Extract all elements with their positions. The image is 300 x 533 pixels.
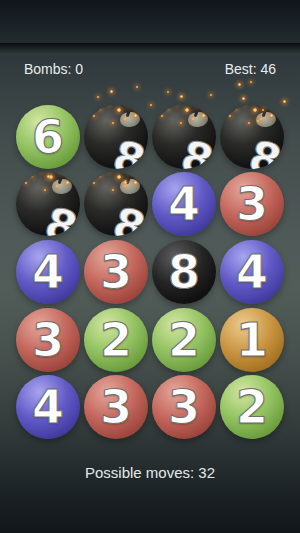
fuse-spark [234, 107, 237, 110]
fuse-spark [192, 118, 194, 120]
stray-spark [150, 104, 152, 106]
stray-spark [257, 120, 259, 122]
bomb-ball-r1c2[interactable]: 8 [84, 105, 148, 169]
ball-number: 2 [168, 308, 200, 372]
ball-number: 3 [32, 308, 64, 372]
ball-number: 2 [236, 375, 268, 439]
ball-number: 4 [32, 240, 64, 304]
green-ball-r4c2[interactable]: 2 [84, 308, 148, 372]
board-cell-r5c1: 4 [14, 373, 82, 441]
fuse-spark [260, 118, 262, 120]
board-cell-r4c2: 2 [82, 306, 150, 374]
ball-number: 2 [100, 308, 132, 372]
board-cell-r1c3: 8 [150, 103, 218, 171]
bomb-fuse-cap [119, 178, 141, 196]
board-cell-r3c3: 8 [150, 238, 218, 306]
board-cell-r2c4: 3 [218, 171, 286, 239]
stray-spark [238, 83, 241, 86]
ball-number: 8 [168, 240, 200, 304]
blue-ball-r2c3[interactable]: 4 [152, 172, 216, 236]
ball-number: 3 [100, 240, 132, 304]
board-cell-r4c4: 1 [218, 306, 286, 374]
ball-number: 4 [168, 172, 200, 236]
stray-spark [47, 175, 50, 178]
fuse-spark [112, 189, 114, 191]
board-cell-r1c2: 8 [82, 103, 150, 171]
fuse-spark [44, 189, 46, 191]
fuse-spark [196, 105, 198, 107]
fuse-spark [264, 105, 266, 107]
board-cell-r1c1: 6 [14, 103, 82, 171]
black-ball-r3c3[interactable]: 8 [152, 240, 216, 304]
stray-spark [167, 91, 169, 93]
fuse-spark [161, 115, 163, 117]
stray-spark [97, 96, 99, 98]
green-ball-r5c4[interactable]: 2 [220, 375, 284, 439]
board-cell-r2c1: 8 [14, 171, 82, 239]
bomb-ball-r2c2[interactable]: 8 [84, 172, 148, 236]
stray-spark [283, 100, 286, 103]
blue-ball-r5c1[interactable]: 4 [16, 375, 80, 439]
fuse-spark [112, 122, 114, 124]
bomb-fuse-cap [187, 110, 209, 128]
green-ball-r1c1[interactable]: 6 [16, 105, 80, 169]
ball-number: 3 [100, 375, 132, 439]
bomb-fuse-cap [51, 178, 73, 196]
ball-number: 1 [236, 308, 268, 372]
board-cell-r5c4: 2 [218, 373, 286, 441]
fuse-spark [128, 105, 130, 107]
fuse-spark [202, 114, 205, 117]
bomb-fuse [194, 108, 200, 117]
fuse-spark [180, 122, 182, 124]
fuse-spark [166, 107, 169, 110]
fuse-spark [93, 182, 95, 184]
blue-ball-r3c1[interactable]: 4 [16, 240, 80, 304]
bomb-ball-r1c3[interactable]: 8 [152, 105, 216, 169]
board-cell-r1c4: 8 [218, 103, 286, 171]
blue-ball-r3c4[interactable]: 4 [220, 240, 284, 304]
orange-ball-r4c4[interactable]: 1 [220, 308, 284, 372]
green-ball-r4c3[interactable]: 2 [152, 308, 216, 372]
fuse-spark [185, 108, 189, 112]
fuse-spark [248, 122, 250, 124]
bomb-eight-glyph: 8 [108, 197, 148, 236]
ball-number: 4 [32, 375, 64, 439]
stray-spark [110, 90, 113, 93]
board-cell-r4c3: 2 [150, 306, 218, 374]
fuse-spark [98, 107, 101, 110]
bomb-eight-glyph: 8 [244, 130, 284, 169]
fuse-spark [134, 114, 137, 117]
board-cell-r4c1: 3 [14, 306, 82, 374]
game-screen: Bombs: 0 Best: 46 68888843438432214332 P… [0, 0, 300, 533]
red-ball-r2c4[interactable]: 3 [220, 172, 284, 236]
bomb-eight-glyph: 8 [40, 197, 80, 236]
possible-moves: Possible moves: 32 [0, 464, 300, 481]
bomb-fuse-cap [119, 110, 141, 128]
fuse-spark [93, 115, 95, 117]
best-score: Best: 46 [225, 61, 276, 77]
fuse-spark [253, 108, 257, 112]
board-cell-r2c3: 4 [150, 171, 218, 239]
stray-spark [124, 181, 127, 184]
fuse-spark [124, 118, 126, 120]
board-cell-r3c2: 3 [82, 238, 150, 306]
board-cell-r2c2: 8 [82, 171, 150, 239]
red-ball-r5c3[interactable]: 3 [152, 375, 216, 439]
bomb-ball-r1c4[interactable]: 8 [220, 105, 284, 169]
ball-number: 4 [236, 240, 268, 304]
fuse-spark [25, 182, 27, 184]
fuse-spark [98, 174, 101, 177]
stray-spark [180, 95, 183, 98]
ball-number: 3 [236, 172, 268, 236]
stray-spark [210, 94, 212, 96]
bomb-eight-glyph: 8 [176, 130, 216, 169]
fuse-spark [229, 115, 231, 117]
fuse-spark [30, 174, 33, 177]
game-board: 68888843438432214332 [14, 103, 286, 441]
stray-spark [250, 81, 252, 83]
bomb-fuse [126, 108, 132, 117]
fuse-spark [270, 114, 273, 117]
board-cell-r5c3: 3 [150, 373, 218, 441]
stray-spark [136, 86, 138, 88]
bombs-counter: Bombs: 0 [24, 61, 83, 77]
board-cell-r5c2: 3 [82, 373, 150, 441]
red-ball-r5c2[interactable]: 3 [84, 375, 148, 439]
stray-spark [262, 109, 264, 111]
ball-number: 3 [168, 375, 200, 439]
bomb-eight-glyph: 8 [108, 130, 148, 169]
stray-spark [242, 97, 245, 100]
board-cell-r3c1: 4 [14, 238, 82, 306]
ball-number: 6 [32, 105, 64, 169]
fuse-spark [117, 175, 121, 179]
fuse-spark [117, 108, 121, 112]
red-ball-r4c1[interactable]: 3 [16, 308, 80, 372]
red-ball-r3c2[interactable]: 3 [84, 240, 148, 304]
bomb-fuse [58, 175, 64, 184]
board-cell-r3c4: 4 [218, 238, 286, 306]
top-hud: Bombs: 0 Best: 46 [0, 61, 300, 77]
bomb-ball-r2c1[interactable]: 8 [16, 172, 80, 236]
